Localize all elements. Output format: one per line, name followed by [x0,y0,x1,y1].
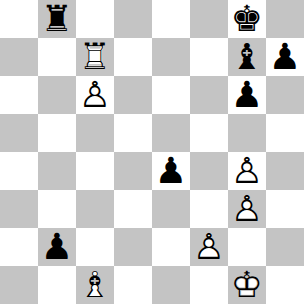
piece-white-king: ♔ [231,266,263,304]
square-d7[interactable] [114,38,152,76]
square-h5[interactable] [266,114,304,152]
square-f3[interactable] [190,190,228,228]
square-f2[interactable]: ♟♙ [190,228,228,266]
square-e2[interactable] [152,228,190,266]
square-e6[interactable] [152,76,190,114]
square-b1[interactable] [38,266,76,304]
piece-black-king: ♚ [231,0,263,38]
piece-white-pawn: ♙ [231,190,263,228]
square-d2[interactable] [114,228,152,266]
chess-board: ♜♚♜♖♝♟♟♙♟♟♟♙♟♙♟♟♙♝♗♚♔ [0,0,304,304]
square-e7[interactable] [152,38,190,76]
square-g4[interactable]: ♟♙ [228,152,266,190]
square-e4[interactable]: ♟ [152,152,190,190]
square-a2[interactable] [0,228,38,266]
piece-white-pawn: ♙ [79,76,111,114]
square-h6[interactable] [266,76,304,114]
square-d3[interactable] [114,190,152,228]
square-e8[interactable] [152,0,190,38]
piece-white-pawn: ♙ [193,228,225,266]
piece-white-bishop: ♗ [79,266,111,304]
square-g6[interactable]: ♟ [228,76,266,114]
square-b6[interactable] [38,76,76,114]
square-c2[interactable] [76,228,114,266]
square-e3[interactable] [152,190,190,228]
square-e1[interactable] [152,266,190,304]
square-c6[interactable]: ♟♙ [76,76,114,114]
piece-white-pawn: ♙ [231,152,263,190]
square-f7[interactable] [190,38,228,76]
square-b2[interactable]: ♟ [38,228,76,266]
square-g7[interactable]: ♝ [228,38,266,76]
square-c5[interactable] [76,114,114,152]
square-h3[interactable] [266,190,304,228]
square-e5[interactable] [152,114,190,152]
square-b3[interactable] [38,190,76,228]
square-c3[interactable] [76,190,114,228]
square-b4[interactable] [38,152,76,190]
piece-black-bishop: ♝ [231,38,263,76]
square-f6[interactable] [190,76,228,114]
square-a8[interactable] [0,0,38,38]
square-h4[interactable] [266,152,304,190]
square-a3[interactable] [0,190,38,228]
square-f4[interactable] [190,152,228,190]
square-f8[interactable] [190,0,228,38]
square-a6[interactable] [0,76,38,114]
square-c7[interactable]: ♜♖ [76,38,114,76]
piece-black-pawn: ♟ [269,38,301,76]
square-a1[interactable] [0,266,38,304]
piece-black-pawn: ♟ [231,76,263,114]
square-a4[interactable] [0,152,38,190]
square-a5[interactable] [0,114,38,152]
piece-black-pawn: ♟ [41,228,73,266]
square-c4[interactable] [76,152,114,190]
square-h8[interactable] [266,0,304,38]
square-h2[interactable] [266,228,304,266]
square-g1[interactable]: ♚♔ [228,266,266,304]
square-g2[interactable] [228,228,266,266]
square-h7[interactable]: ♟ [266,38,304,76]
square-d1[interactable] [114,266,152,304]
piece-white-rook: ♖ [79,38,111,76]
square-f1[interactable] [190,266,228,304]
square-a7[interactable] [0,38,38,76]
square-b5[interactable] [38,114,76,152]
square-d8[interactable] [114,0,152,38]
piece-black-pawn: ♟ [155,152,187,190]
square-g3[interactable]: ♟♙ [228,190,266,228]
piece-black-rook: ♜ [41,0,73,38]
square-c1[interactable]: ♝♗ [76,266,114,304]
square-d6[interactable] [114,76,152,114]
square-g8[interactable]: ♚ [228,0,266,38]
square-b8[interactable]: ♜ [38,0,76,38]
square-d5[interactable] [114,114,152,152]
square-d4[interactable] [114,152,152,190]
square-b7[interactable] [38,38,76,76]
square-g5[interactable] [228,114,266,152]
square-f5[interactable] [190,114,228,152]
square-h1[interactable] [266,266,304,304]
square-c8[interactable] [76,0,114,38]
